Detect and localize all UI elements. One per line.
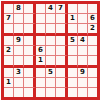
cell-r9c3[interactable]: [24, 88, 36, 97]
cell-r9c5[interactable]: [46, 88, 56, 97]
cell-r7c3[interactable]: [24, 68, 36, 78]
cell-r5c5[interactable]: [46, 46, 56, 56]
cell-r9c7[interactable]: [68, 88, 78, 97]
cell-r5c6[interactable]: [56, 46, 68, 56]
cell-r1c2[interactable]: 8: [14, 4, 24, 14]
cell-r8c2[interactable]: [14, 78, 24, 88]
cell-r7c6[interactable]: [56, 68, 68, 78]
cell-r7c9[interactable]: [88, 68, 97, 78]
cell-r5c3[interactable]: [24, 46, 36, 56]
cell-r1c5[interactable]: 4: [46, 4, 56, 14]
cell-r3c8[interactable]: [78, 24, 88, 36]
cell-r2c2[interactable]: [14, 14, 24, 24]
cell-r6c1[interactable]: [4, 56, 14, 68]
board-row-8: 1: [4, 78, 97, 88]
cell-r5c8[interactable]: [78, 46, 88, 56]
cell-r8c1[interactable]: 1: [4, 78, 14, 88]
cell-r6c9[interactable]: [88, 56, 97, 68]
cell-r8c9[interactable]: [88, 78, 97, 88]
cell-r3c9[interactable]: 2: [88, 24, 97, 36]
cell-r9c1[interactable]: [4, 88, 14, 97]
cell-r4c5[interactable]: [46, 36, 56, 46]
cell-r9c2[interactable]: [14, 88, 24, 97]
cell-r1c6[interactable]: 7: [56, 4, 68, 14]
cell-r1c4[interactable]: [36, 4, 46, 14]
cell-r7c8[interactable]: 9: [78, 68, 88, 78]
cell-r2c7[interactable]: 1: [68, 14, 78, 24]
cell-r8c7[interactable]: [68, 78, 78, 88]
cell-r4c1[interactable]: [4, 36, 14, 46]
cell-r2c1[interactable]: 7: [4, 14, 14, 24]
board-row-5: 26: [4, 46, 97, 56]
sudoku-board: 84771629542613591: [1, 1, 100, 100]
cell-r9c4[interactable]: [36, 88, 46, 97]
cell-r8c8[interactable]: [78, 78, 88, 88]
board-row-3: 2: [4, 24, 97, 36]
cell-r4c3[interactable]: [24, 36, 36, 46]
cell-r3c7[interactable]: [68, 24, 78, 36]
cell-r1c7[interactable]: [68, 4, 78, 14]
cell-r6c2[interactable]: [14, 56, 24, 68]
cell-r8c5[interactable]: [46, 78, 56, 88]
cell-r9c6[interactable]: [56, 88, 68, 97]
cell-r1c3[interactable]: [24, 4, 36, 14]
cell-r3c3[interactable]: [24, 24, 36, 36]
cell-r5c1[interactable]: 2: [4, 46, 14, 56]
cell-r1c1[interactable]: [4, 4, 14, 14]
cell-r7c5[interactable]: 5: [46, 68, 56, 78]
board-row-1: 847: [4, 4, 97, 14]
cell-r2c8[interactable]: [78, 14, 88, 24]
cell-r4c4[interactable]: [36, 36, 46, 46]
cell-r8c6[interactable]: [56, 78, 68, 88]
cell-r4c7[interactable]: 5: [68, 36, 78, 46]
cell-r7c2[interactable]: 3: [14, 68, 24, 78]
cell-r7c4[interactable]: [36, 68, 46, 78]
cell-r9c8[interactable]: [78, 88, 88, 97]
cell-r4c2[interactable]: 9: [14, 36, 24, 46]
cell-r3c2[interactable]: [14, 24, 24, 36]
cell-r4c9[interactable]: [88, 36, 97, 46]
cell-r6c7[interactable]: [68, 56, 78, 68]
cell-r3c6[interactable]: [56, 24, 68, 36]
board-row-7: 359: [4, 68, 97, 78]
cell-r5c7[interactable]: [68, 46, 78, 56]
board-row-9: [4, 88, 97, 97]
cell-r6c3[interactable]: [24, 56, 36, 68]
cell-r5c4[interactable]: 6: [36, 46, 46, 56]
board-row-6: 1: [4, 56, 97, 68]
cell-r7c1[interactable]: [4, 68, 14, 78]
cell-r6c4[interactable]: 1: [36, 56, 46, 68]
cell-r9c9[interactable]: [88, 88, 97, 97]
cell-r3c1[interactable]: [4, 24, 14, 36]
cell-r4c6[interactable]: [56, 36, 68, 46]
cell-r3c5[interactable]: [46, 24, 56, 36]
cell-r3c4[interactable]: [36, 24, 46, 36]
cell-r1c8[interactable]: [78, 4, 88, 14]
cell-r8c4[interactable]: [36, 78, 46, 88]
cell-r2c4[interactable]: [36, 14, 46, 24]
cell-r7c7[interactable]: [68, 68, 78, 78]
cell-r5c2[interactable]: [14, 46, 24, 56]
cell-r2c6[interactable]: [56, 14, 68, 24]
cell-r6c6[interactable]: [56, 56, 68, 68]
board-row-2: 716: [4, 14, 97, 24]
cell-r2c5[interactable]: [46, 14, 56, 24]
cell-r2c3[interactable]: [24, 14, 36, 24]
cell-r1c9[interactable]: [88, 4, 97, 14]
cell-r8c3[interactable]: [24, 78, 36, 88]
cell-r6c8[interactable]: [78, 56, 88, 68]
cell-r2c9[interactable]: 6: [88, 14, 97, 24]
board-row-4: 954: [4, 36, 97, 46]
cell-r4c8[interactable]: 4: [78, 36, 88, 46]
cell-r6c5[interactable]: [46, 56, 56, 68]
cell-r5c9[interactable]: [88, 46, 97, 56]
